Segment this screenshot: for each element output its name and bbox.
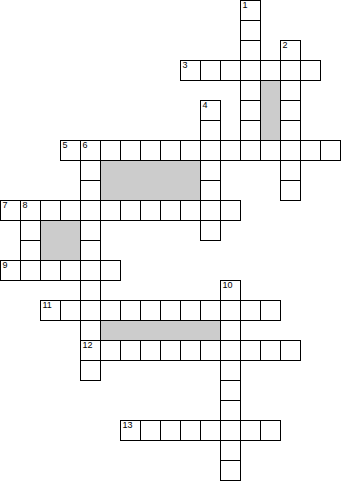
cell-r21-c8[interactable] [160,420,181,441]
cell-r7-c7[interactable] [140,140,161,161]
cell-r7-c16[interactable] [320,140,341,161]
clue-number-4: 4 [203,101,208,110]
cell-r15-c8[interactable] [160,300,181,321]
cell-r3-c12[interactable] [240,60,261,81]
cell-r11-c10[interactable] [200,220,221,241]
cell-r6-c10[interactable] [200,120,221,141]
cell-r2-c14[interactable]: 2 [280,40,301,61]
clue-number-8: 8 [23,201,28,210]
clue-number-13: 13 [123,421,133,430]
cell-r1-c12[interactable] [240,20,261,41]
cell-r8-c14[interactable] [280,160,301,181]
cell-r2-c12[interactable] [240,40,261,61]
cell-r13-c5[interactable] [100,260,121,281]
cell-r5-c12[interactable] [240,100,261,121]
cell-r17-c14[interactable] [280,340,301,361]
cell-r17-c8[interactable] [160,340,181,361]
cell-r10-c5[interactable] [100,200,121,221]
cell-r15-c7[interactable] [140,300,161,321]
cell-r10-c3[interactable] [60,200,81,221]
cell-r7-c13[interactable] [260,140,281,161]
clue-number-11: 11 [43,301,52,310]
cell-r10-c2[interactable] [40,200,61,221]
cell-r13-c1[interactable] [20,260,41,281]
cell-r17-c13[interactable] [260,340,281,361]
cell-r14-c4[interactable] [80,280,101,301]
blocked-region [100,320,221,341]
cell-r20-c11[interactable] [220,400,241,421]
cell-r7-c3[interactable]: 5 [60,140,81,161]
cell-r21-c6[interactable]: 13 [120,420,141,441]
clue-number-12: 12 [83,341,93,350]
blocked-region [260,80,281,141]
cell-r21-c11[interactable] [220,420,241,441]
cell-r11-c1[interactable] [20,220,41,241]
cell-r10-c11[interactable] [220,200,241,221]
cell-r9-c10[interactable] [200,180,221,201]
cell-r11-c4[interactable] [80,220,101,241]
cell-r0-c12[interactable]: 1 [240,0,261,21]
cell-r10-c7[interactable] [140,200,161,221]
cell-r10-c9[interactable] [180,200,201,221]
cell-r7-c15[interactable] [300,140,321,161]
clue-number-6: 6 [83,141,88,150]
cell-r19-c11[interactable] [220,380,241,401]
clue-number-3: 3 [183,61,188,70]
cell-r15-c13[interactable] [260,300,281,321]
cell-r21-c12[interactable] [240,420,261,441]
cell-r8-c4[interactable] [80,160,101,181]
cell-r9-c14[interactable] [280,180,301,201]
cell-r7-c4[interactable]: 6 [80,140,101,161]
cell-r21-c7[interactable] [140,420,161,441]
cell-r21-c9[interactable] [180,420,201,441]
cell-r3-c14[interactable] [280,60,301,81]
cell-r5-c14[interactable] [280,100,301,121]
cell-r12-c4[interactable] [80,240,101,261]
cell-r17-c5[interactable] [100,340,121,361]
clue-number-9: 9 [3,261,8,270]
cell-r13-c0[interactable]: 9 [0,260,21,281]
cell-r21-c13[interactable] [260,420,281,441]
cell-r12-c1[interactable] [20,240,41,261]
cell-r16-c4[interactable] [80,320,101,341]
cell-r22-c11[interactable] [220,440,241,461]
cell-r3-c15[interactable] [300,60,321,81]
cell-r10-c6[interactable] [120,200,141,221]
blocked-region [40,220,81,261]
clue-number-7: 7 [3,201,8,210]
cell-r3-c11[interactable] [220,60,241,81]
cell-r23-c11[interactable] [220,460,241,481]
blocked-region [100,160,201,201]
cell-r17-c11[interactable] [220,340,241,361]
cell-r10-c0[interactable]: 7 [0,200,21,221]
cell-r15-c5[interactable] [100,300,121,321]
cell-r15-c11[interactable] [220,300,241,321]
clue-number-10: 10 [223,281,233,290]
cell-r10-c10[interactable] [200,200,221,221]
cell-r13-c3[interactable] [60,260,81,281]
cell-r4-c14[interactable] [280,80,301,101]
cell-r7-c9[interactable] [180,140,201,161]
cell-r18-c11[interactable] [220,360,241,381]
cell-r7-c6[interactable] [120,140,141,161]
cell-r16-c11[interactable] [220,320,241,341]
cell-r13-c4[interactable] [80,260,101,281]
cell-r15-c2[interactable]: 11 [40,300,61,321]
cell-r6-c14[interactable] [280,120,301,141]
cell-r3-c9[interactable]: 3 [180,60,201,81]
cell-r7-c8[interactable] [160,140,181,161]
cell-r15-c9[interactable] [180,300,201,321]
cell-r17-c6[interactable] [120,340,141,361]
cell-r3-c13[interactable] [260,60,281,81]
cell-r10-c8[interactable] [160,200,181,221]
cell-r17-c9[interactable] [180,340,201,361]
cell-r17-c10[interactable] [200,340,221,361]
cell-r15-c4[interactable] [80,300,101,321]
cell-r7-c12[interactable] [240,140,261,161]
cell-r18-c4[interactable] [80,360,101,381]
cell-r15-c12[interactable] [240,300,261,321]
cell-r7-c5[interactable] [100,140,121,161]
cell-r15-c10[interactable] [200,300,221,321]
crossword-board: 12345678910111213 [0,0,341,481]
clue-number-2: 2 [283,41,288,50]
cell-r7-c11[interactable] [220,140,241,161]
cell-r9-c4[interactable] [80,180,101,201]
clue-number-5: 5 [63,141,68,150]
cell-r6-c12[interactable] [240,120,261,141]
cell-r4-c12[interactable] [240,80,261,101]
cell-r15-c3[interactable] [60,300,81,321]
cell-r7-c10[interactable] [200,140,221,161]
cell-r7-c14[interactable] [280,140,301,161]
cell-r17-c12[interactable] [240,340,261,361]
cell-r15-c6[interactable] [120,300,141,321]
cell-r14-c11[interactable]: 10 [220,280,241,301]
clue-number-1: 1 [243,1,248,10]
cell-r3-c10[interactable] [200,60,221,81]
cell-r17-c7[interactable] [140,340,161,361]
cell-r17-c4[interactable]: 12 [80,340,101,361]
cell-r21-c10[interactable] [200,420,221,441]
cell-r5-c10[interactable]: 4 [200,100,221,121]
cell-r8-c10[interactable] [200,160,221,181]
cell-r10-c1[interactable]: 8 [20,200,41,221]
cell-r13-c2[interactable] [40,260,61,281]
cell-r10-c4[interactable] [80,200,101,221]
